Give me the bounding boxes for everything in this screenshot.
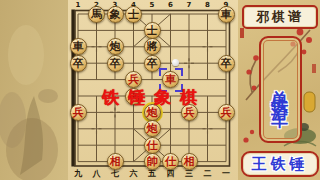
- file-label-bottom: 二: [204, 168, 212, 179]
- piece-black-士[interactable]: 士: [125, 6, 142, 23]
- piece-red-炮[interactable]: 炮: [144, 120, 161, 137]
- file-label-top: 8: [205, 1, 210, 9]
- piece-red-兵[interactable]: 兵: [70, 104, 87, 121]
- piece-black-卒[interactable]: 卒: [70, 55, 87, 72]
- file-label-bottom: 八: [93, 168, 101, 179]
- file-label-top: 7: [187, 1, 192, 9]
- piece-red-仕[interactable]: 仕: [162, 153, 179, 170]
- piece-red-仕[interactable]: 仕: [144, 137, 161, 154]
- file-label-bottom: 一: [222, 168, 230, 179]
- piece-black-馬[interactable]: 馬: [88, 6, 105, 23]
- piece-black-象[interactable]: 象: [107, 6, 124, 23]
- piece-red-相[interactable]: 相: [107, 153, 124, 170]
- episode-title: 单铁滑车: [269, 76, 292, 104]
- piece-black-炮[interactable]: 炮: [107, 38, 124, 55]
- piece-black-車[interactable]: 車: [70, 38, 87, 55]
- app-window: 123456789 九八七六五四三二一 馬象士車士車炮將卒卒卒卒兵車馬兵炮兵兵炮…: [0, 0, 320, 180]
- piece-black-將[interactable]: 將: [144, 38, 161, 55]
- file-label-top: 5: [150, 1, 155, 9]
- piece-black-士[interactable]: 士: [144, 22, 161, 39]
- series-title: 邪棋谱: [256, 8, 304, 26]
- piece-red-兵[interactable]: 兵: [218, 104, 235, 121]
- piece-black-卒[interactable]: 卒: [218, 55, 235, 72]
- left-painting-decoration: [0, 0, 70, 180]
- author-title: 王铁锤: [252, 155, 309, 174]
- piece-red-相[interactable]: 相: [181, 153, 198, 170]
- channel-watermark: 铁锤象棋: [102, 86, 206, 109]
- cursor-dot: [172, 59, 179, 66]
- file-label-bottom: 九: [74, 168, 82, 179]
- author-title-box: 王铁锤: [241, 151, 319, 177]
- piece-black-卒[interactable]: 卒: [107, 55, 124, 72]
- file-label-bottom: 六: [130, 168, 138, 179]
- file-label-top: 6: [168, 1, 173, 9]
- file-label-top: 1: [76, 1, 81, 9]
- piece-black-車[interactable]: 車: [218, 6, 235, 23]
- episode-title-box: 单铁滑车: [259, 36, 302, 143]
- piece-red-帥[interactable]: 帥: [144, 153, 161, 170]
- series-title-box: 邪棋谱: [242, 5, 318, 29]
